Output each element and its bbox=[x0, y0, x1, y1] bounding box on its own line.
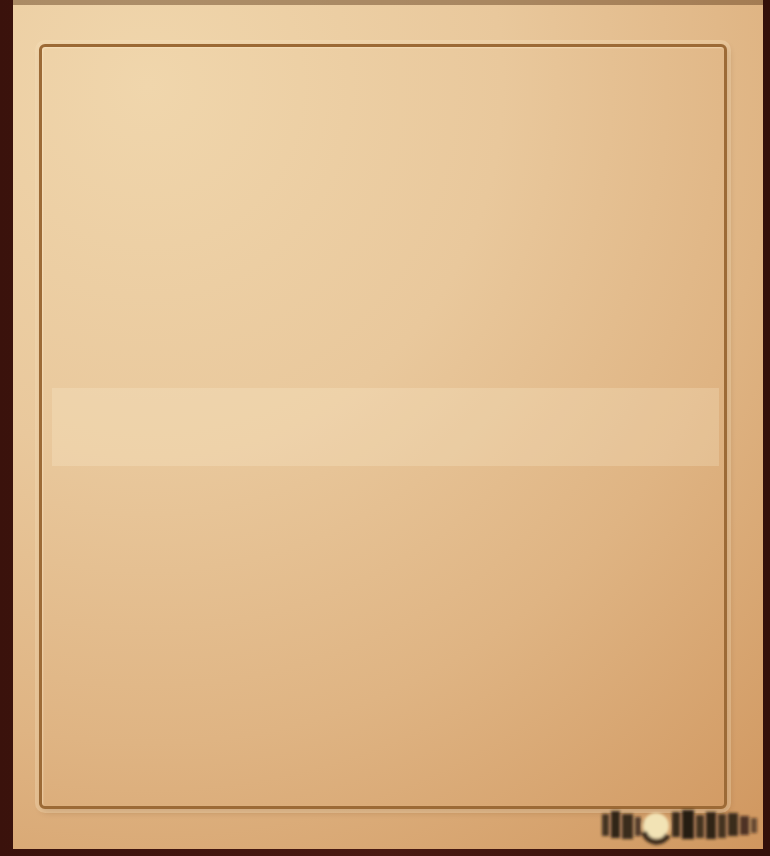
xiangqi-board bbox=[0, 0, 770, 856]
river-band bbox=[52, 388, 719, 466]
top-edge-shade bbox=[13, 0, 763, 5]
